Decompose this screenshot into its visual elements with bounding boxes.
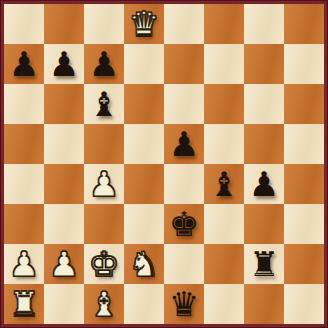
- square-e4[interactable]: [164, 164, 204, 204]
- square-d3[interactable]: [124, 204, 164, 244]
- square-c2[interactable]: ♚: [84, 244, 124, 284]
- square-h3[interactable]: [284, 204, 324, 244]
- square-h7[interactable]: [284, 44, 324, 84]
- square-e2[interactable]: [164, 244, 204, 284]
- square-d1[interactable]: [124, 284, 164, 324]
- square-d7[interactable]: [124, 44, 164, 84]
- square-h8[interactable]: [284, 4, 324, 44]
- piece-white-rook-a1[interactable]: ♜: [9, 284, 39, 324]
- square-a2[interactable]: ♟: [4, 244, 44, 284]
- square-b4[interactable]: [44, 164, 84, 204]
- square-h2[interactable]: [284, 244, 324, 284]
- square-g3[interactable]: [244, 204, 284, 244]
- square-a3[interactable]: [4, 204, 44, 244]
- square-h5[interactable]: [284, 124, 324, 164]
- square-f3[interactable]: [204, 204, 244, 244]
- chess-board: ♛♟♟♟♝♟♟♝♟♚♟♟♚♞♜♜♝♛: [4, 4, 324, 324]
- square-c6[interactable]: ♝: [84, 84, 124, 124]
- square-b1[interactable]: [44, 284, 84, 324]
- square-b2[interactable]: ♟: [44, 244, 84, 284]
- piece-black-king-e3[interactable]: ♚: [169, 204, 199, 244]
- piece-white-pawn-c4[interactable]: ♟: [89, 164, 119, 204]
- piece-black-bishop-c6[interactable]: ♝: [89, 84, 119, 124]
- square-g6[interactable]: [244, 84, 284, 124]
- square-a1[interactable]: ♜: [4, 284, 44, 324]
- square-b8[interactable]: [44, 4, 84, 44]
- square-e5[interactable]: ♟: [164, 124, 204, 164]
- square-a6[interactable]: [4, 84, 44, 124]
- piece-black-pawn-g4[interactable]: ♟: [249, 164, 279, 204]
- square-f4[interactable]: ♝: [204, 164, 244, 204]
- square-f8[interactable]: [204, 4, 244, 44]
- piece-black-pawn-e5[interactable]: ♟: [169, 124, 199, 164]
- square-f6[interactable]: [204, 84, 244, 124]
- square-g2[interactable]: ♜: [244, 244, 284, 284]
- square-e6[interactable]: [164, 84, 204, 124]
- square-d2[interactable]: ♞: [124, 244, 164, 284]
- square-g4[interactable]: ♟: [244, 164, 284, 204]
- square-b6[interactable]: [44, 84, 84, 124]
- square-f5[interactable]: [204, 124, 244, 164]
- piece-black-queen-e1[interactable]: ♛: [169, 284, 199, 324]
- square-a7[interactable]: ♟: [4, 44, 44, 84]
- square-b7[interactable]: ♟: [44, 44, 84, 84]
- square-g7[interactable]: [244, 44, 284, 84]
- square-f1[interactable]: [204, 284, 244, 324]
- piece-white-queen-d8[interactable]: ♛: [129, 4, 159, 44]
- square-h1[interactable]: [284, 284, 324, 324]
- piece-black-pawn-a7[interactable]: ♟: [9, 44, 39, 84]
- square-b5[interactable]: [44, 124, 84, 164]
- square-g1[interactable]: [244, 284, 284, 324]
- piece-white-pawn-b2[interactable]: ♟: [49, 244, 79, 284]
- square-g5[interactable]: [244, 124, 284, 164]
- piece-black-pawn-b7[interactable]: ♟: [49, 44, 79, 84]
- square-e3[interactable]: ♚: [164, 204, 204, 244]
- piece-white-bishop-c1[interactable]: ♝: [89, 284, 119, 324]
- square-h6[interactable]: [284, 84, 324, 124]
- square-b3[interactable]: [44, 204, 84, 244]
- piece-white-king-c2[interactable]: ♚: [89, 244, 119, 284]
- square-c7[interactable]: ♟: [84, 44, 124, 84]
- board-frame: ♛♟♟♟♝♟♟♝♟♚♟♟♚♞♜♜♝♛: [0, 0, 328, 328]
- piece-white-knight-d2[interactable]: ♞: [129, 244, 159, 284]
- square-d8[interactable]: ♛: [124, 4, 164, 44]
- piece-black-rook-g2[interactable]: ♜: [249, 244, 279, 284]
- square-a8[interactable]: [4, 4, 44, 44]
- square-g8[interactable]: [244, 4, 284, 44]
- piece-black-pawn-c7[interactable]: ♟: [89, 44, 119, 84]
- square-c3[interactable]: [84, 204, 124, 244]
- square-a5[interactable]: [4, 124, 44, 164]
- square-c4[interactable]: ♟: [84, 164, 124, 204]
- square-d5[interactable]: [124, 124, 164, 164]
- square-c1[interactable]: ♝: [84, 284, 124, 324]
- piece-black-bishop-f4[interactable]: ♝: [209, 164, 239, 204]
- square-f7[interactable]: [204, 44, 244, 84]
- square-a4[interactable]: [4, 164, 44, 204]
- square-c8[interactable]: [84, 4, 124, 44]
- square-e1[interactable]: ♛: [164, 284, 204, 324]
- piece-white-pawn-a2[interactable]: ♟: [9, 244, 39, 284]
- square-e7[interactable]: [164, 44, 204, 84]
- square-f2[interactable]: [204, 244, 244, 284]
- square-d4[interactable]: [124, 164, 164, 204]
- square-h4[interactable]: [284, 164, 324, 204]
- square-c5[interactable]: [84, 124, 124, 164]
- square-e8[interactable]: [164, 4, 204, 44]
- square-d6[interactable]: [124, 84, 164, 124]
